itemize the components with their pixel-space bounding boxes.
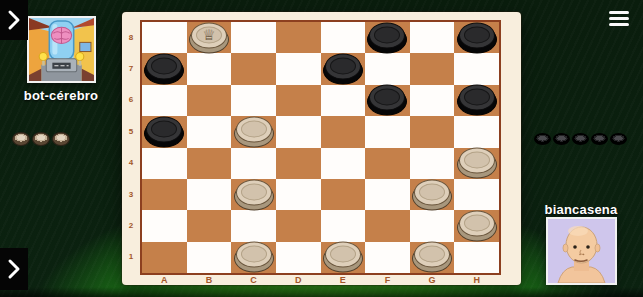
player-right-name: biancasena [520, 202, 642, 217]
white-man-c5[interactable] [234, 116, 274, 147]
bald-head-illustration [548, 219, 615, 283]
square-d7[interactable] [276, 53, 321, 84]
square-c5[interactable] [231, 116, 276, 147]
rank-label-2: 2 [122, 221, 140, 230]
captured-black-piece [534, 133, 551, 145]
square-b5[interactable] [187, 116, 232, 147]
white-man-e1[interactable] [323, 242, 363, 273]
square-f2[interactable] [365, 210, 410, 241]
square-g6[interactable] [410, 85, 455, 116]
menu-button[interactable] [603, 5, 631, 31]
file-label-D: D [291, 275, 305, 285]
file-label-E: E [336, 275, 350, 285]
captured-black-piece [553, 133, 570, 145]
king-crown-icon: ♕ [189, 21, 229, 47]
rank-label-7: 7 [122, 64, 140, 73]
square-h1[interactable] [454, 242, 499, 273]
captured-white-piece [12, 132, 30, 146]
square-c1[interactable] [231, 242, 276, 273]
square-d1[interactable] [276, 242, 321, 273]
square-a6[interactable] [142, 85, 187, 116]
square-c2[interactable] [231, 210, 276, 241]
black-man-h6[interactable] [457, 85, 497, 116]
hamburger-icon [609, 11, 629, 14]
square-c8[interactable] [231, 22, 276, 53]
square-a7[interactable] [142, 53, 187, 84]
white-king-b8[interactable]: ♕ [189, 22, 229, 53]
chevron-right-icon [6, 9, 22, 31]
square-b6[interactable] [187, 85, 232, 116]
black-man-a5[interactable] [144, 116, 184, 147]
black-man-e7[interactable] [323, 54, 363, 85]
captured-pieces-tray-right [534, 133, 627, 145]
player-left-avatar [27, 16, 96, 83]
square-e1[interactable] [321, 242, 366, 273]
brain-jar-illustration [29, 18, 94, 81]
captured-white-piece [52, 132, 70, 146]
file-label-G: G [425, 275, 439, 285]
square-b2[interactable] [187, 210, 232, 241]
square-a2[interactable] [142, 210, 187, 241]
square-h2[interactable] [454, 210, 499, 241]
captured-pieces-tray-left [12, 132, 70, 146]
file-label-A: A [157, 275, 171, 285]
square-c7[interactable] [231, 53, 276, 84]
captured-black-piece [572, 133, 589, 145]
player-left-name: bot-cérebro [0, 88, 122, 103]
white-man-g3[interactable] [412, 179, 452, 210]
board-frame: ♕ [140, 20, 501, 275]
captured-black-piece [591, 133, 608, 145]
file-label-F: F [380, 275, 394, 285]
square-e4[interactable] [321, 148, 366, 179]
square-c4[interactable] [231, 148, 276, 179]
square-g4[interactable] [410, 148, 455, 179]
square-f4[interactable] [365, 148, 410, 179]
square-g2[interactable] [410, 210, 455, 241]
square-a3[interactable] [142, 179, 187, 210]
rank-label-3: 3 [122, 190, 140, 199]
square-d2[interactable] [276, 210, 321, 241]
expand-panel-button[interactable] [0, 248, 28, 290]
square-e7[interactable] [321, 53, 366, 84]
rank-label-1: 1 [122, 252, 140, 261]
square-g3[interactable] [410, 179, 455, 210]
square-a1[interactable] [142, 242, 187, 273]
square-h5[interactable] [454, 116, 499, 147]
checkers-board: 87654321 ♕ ABCDEFGH [122, 12, 521, 285]
square-d6[interactable] [276, 85, 321, 116]
file-label-H: H [470, 275, 484, 285]
rank-label-5: 5 [122, 127, 140, 136]
square-d4[interactable] [276, 148, 321, 179]
player-right-avatar [546, 217, 617, 285]
rank-label-6: 6 [122, 95, 140, 104]
white-man-c1[interactable] [234, 242, 274, 273]
square-b7[interactable] [187, 53, 232, 84]
rank-label-4: 4 [122, 158, 140, 167]
square-e5[interactable] [321, 116, 366, 147]
square-c3[interactable] [231, 179, 276, 210]
square-b1[interactable] [187, 242, 232, 273]
file-label-B: B [202, 275, 216, 285]
square-b4[interactable] [187, 148, 232, 179]
square-h8[interactable] [454, 22, 499, 53]
square-c6[interactable] [231, 85, 276, 116]
square-h6[interactable] [454, 85, 499, 116]
white-man-h2[interactable] [457, 210, 497, 241]
square-f8[interactable] [365, 22, 410, 53]
square-f6[interactable] [365, 85, 410, 116]
game-screen: bot-cérebro 87654321 ♕ ABCDEFGH biancase… [0, 0, 643, 297]
white-man-g1[interactable] [412, 242, 452, 273]
square-d5[interactable] [276, 116, 321, 147]
captured-white-piece [32, 132, 50, 146]
square-f7[interactable] [365, 53, 410, 84]
square-f3[interactable] [365, 179, 410, 210]
black-man-h8[interactable] [457, 22, 497, 53]
white-man-h4[interactable] [457, 148, 497, 179]
square-b8[interactable]: ♕ [187, 22, 232, 53]
square-e8[interactable] [321, 22, 366, 53]
square-a5[interactable] [142, 116, 187, 147]
square-g5[interactable] [410, 116, 455, 147]
board-grid: ♕ [142, 22, 499, 273]
square-b3[interactable] [187, 179, 232, 210]
square-g7[interactable] [410, 53, 455, 84]
black-man-f6[interactable] [367, 85, 407, 116]
file-label-C: C [247, 275, 261, 285]
rank-label-8: 8 [122, 33, 140, 42]
square-e6[interactable] [321, 85, 366, 116]
square-g8[interactable] [410, 22, 455, 53]
square-e2[interactable] [321, 210, 366, 241]
square-e3[interactable] [321, 179, 366, 210]
square-f5[interactable] [365, 116, 410, 147]
square-h3[interactable] [454, 179, 499, 210]
square-h4[interactable] [454, 148, 499, 179]
square-a4[interactable] [142, 148, 187, 179]
square-a8[interactable] [142, 22, 187, 53]
square-f1[interactable] [365, 242, 410, 273]
back-button[interactable] [0, 0, 28, 40]
black-man-a7[interactable] [144, 54, 184, 85]
white-man-c3[interactable] [234, 179, 274, 210]
chevron-right-icon [6, 258, 22, 280]
bottom-vignette [0, 287, 643, 297]
captured-black-piece [610, 133, 627, 145]
square-h7[interactable] [454, 53, 499, 84]
square-g1[interactable] [410, 242, 455, 273]
square-d3[interactable] [276, 179, 321, 210]
black-man-f8[interactable] [367, 22, 407, 53]
square-d8[interactable] [276, 22, 321, 53]
